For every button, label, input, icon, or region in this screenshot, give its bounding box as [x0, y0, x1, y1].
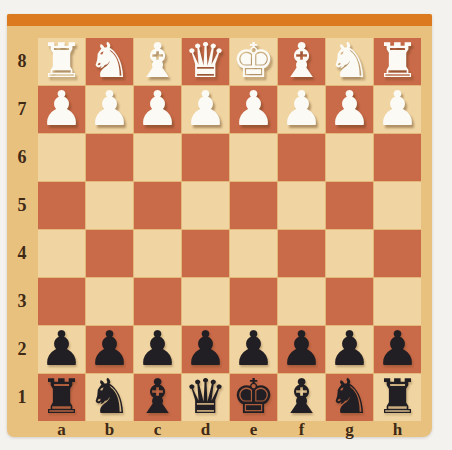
black-pawn-piece[interactable]: ♟ [376, 324, 419, 372]
rank-label-5: 5 [7, 182, 37, 229]
square-d4[interactable] [182, 230, 229, 277]
square-f8[interactable]: ♝ [278, 38, 325, 85]
white-rook-piece[interactable]: ♜ [376, 36, 419, 84]
square-b5[interactable] [86, 182, 133, 229]
rank-label-6: 6 [7, 134, 37, 181]
square-b8[interactable]: ♞ [86, 38, 133, 85]
black-knight-piece[interactable]: ♞ [88, 372, 131, 420]
square-f4[interactable] [278, 230, 325, 277]
white-pawn-piece[interactable]: ♟ [328, 84, 371, 132]
rank-label-8: 8 [7, 38, 37, 85]
square-a1[interactable]: ♜ [38, 374, 85, 421]
square-a7[interactable]: ♟ [38, 86, 85, 133]
square-g8[interactable]: ♞ [326, 38, 373, 85]
white-pawn-piece[interactable]: ♟ [88, 84, 131, 132]
square-d8[interactable]: ♛ [182, 38, 229, 85]
black-bishop-piece[interactable]: ♝ [280, 372, 323, 420]
square-f6[interactable] [278, 134, 325, 181]
square-c6[interactable] [134, 134, 181, 181]
black-queen-piece[interactable]: ♛ [184, 372, 227, 420]
white-knight-piece[interactable]: ♞ [88, 36, 131, 84]
square-f2[interactable]: ♟ [278, 326, 325, 373]
square-a8[interactable]: ♜ [38, 38, 85, 85]
black-pawn-piece[interactable]: ♟ [328, 324, 371, 372]
square-e7[interactable]: ♟ [230, 86, 277, 133]
black-pawn-piece[interactable]: ♟ [88, 324, 131, 372]
rank-label-4: 4 [7, 230, 37, 277]
square-e8[interactable]: ♚ [230, 38, 277, 85]
square-c3[interactable] [134, 278, 181, 325]
white-bishop-piece[interactable]: ♝ [136, 36, 179, 84]
square-c4[interactable] [134, 230, 181, 277]
black-pawn-piece[interactable]: ♟ [184, 324, 227, 372]
square-c8[interactable]: ♝ [134, 38, 181, 85]
board-photo-background: ♜♞♝♛♚♝♞♜♟♟♟♟♟♟♟♟♟♟♟♟♟♟♟♟♜♞♝♛♚♝♞♜ 8765432… [0, 0, 452, 450]
file-label-f: f [278, 423, 325, 437]
demonstration-chess-board: ♜♞♝♛♚♝♞♜♟♟♟♟♟♟♟♟♟♟♟♟♟♟♟♟♜♞♝♛♚♝♞♜ 8765432… [7, 14, 432, 437]
rank-label-3: 3 [7, 278, 37, 325]
square-e3[interactable] [230, 278, 277, 325]
square-g6[interactable] [326, 134, 373, 181]
file-label-g: g [326, 423, 373, 437]
square-d1[interactable]: ♛ [182, 374, 229, 421]
square-g7[interactable]: ♟ [326, 86, 373, 133]
square-c7[interactable]: ♟ [134, 86, 181, 133]
white-queen-piece[interactable]: ♛ [184, 36, 227, 84]
square-h2[interactable]: ♟ [374, 326, 421, 373]
square-f1[interactable]: ♝ [278, 374, 325, 421]
square-e5[interactable] [230, 182, 277, 229]
black-king-piece[interactable]: ♚ [232, 372, 275, 420]
rank-label-2: 2 [7, 326, 37, 373]
file-label-h: h [374, 423, 421, 437]
square-e2[interactable]: ♟ [230, 326, 277, 373]
black-knight-piece[interactable]: ♞ [328, 372, 371, 420]
square-h3[interactable] [374, 278, 421, 325]
square-g2[interactable]: ♟ [326, 326, 373, 373]
square-h7[interactable]: ♟ [374, 86, 421, 133]
board-top-edge-strip [7, 14, 432, 26]
white-knight-piece[interactable]: ♞ [328, 36, 371, 84]
square-d3[interactable] [182, 278, 229, 325]
white-pawn-piece[interactable]: ♟ [376, 84, 419, 132]
square-e6[interactable] [230, 134, 277, 181]
square-d7[interactable]: ♟ [182, 86, 229, 133]
square-e1[interactable]: ♚ [230, 374, 277, 421]
square-h1[interactable]: ♜ [374, 374, 421, 421]
white-pawn-piece[interactable]: ♟ [40, 84, 83, 132]
square-h6[interactable] [374, 134, 421, 181]
square-h8[interactable]: ♜ [374, 38, 421, 85]
black-bishop-piece[interactable]: ♝ [136, 372, 179, 420]
square-e4[interactable] [230, 230, 277, 277]
square-f3[interactable] [278, 278, 325, 325]
square-g5[interactable] [326, 182, 373, 229]
square-c1[interactable]: ♝ [134, 374, 181, 421]
white-king-piece[interactable]: ♚ [232, 36, 275, 84]
square-d2[interactable]: ♟ [182, 326, 229, 373]
square-f7[interactable]: ♟ [278, 86, 325, 133]
square-b2[interactable]: ♟ [86, 326, 133, 373]
square-d6[interactable] [182, 134, 229, 181]
file-label-e: e [230, 423, 277, 437]
square-b6[interactable] [86, 134, 133, 181]
chess-board-grid: ♜♞♝♛♚♝♞♜♟♟♟♟♟♟♟♟♟♟♟♟♟♟♟♟♜♞♝♛♚♝♞♜ [38, 38, 421, 421]
file-label-d: d [182, 423, 229, 437]
square-a2[interactable]: ♟ [38, 326, 85, 373]
file-label-c: c [134, 423, 181, 437]
square-g3[interactable] [326, 278, 373, 325]
black-pawn-piece[interactable]: ♟ [40, 324, 83, 372]
square-c5[interactable] [134, 182, 181, 229]
black-pawn-piece[interactable]: ♟ [280, 324, 323, 372]
square-c2[interactable]: ♟ [134, 326, 181, 373]
square-b4[interactable] [86, 230, 133, 277]
square-d5[interactable] [182, 182, 229, 229]
square-a4[interactable] [38, 230, 85, 277]
black-rook-piece[interactable]: ♜ [40, 372, 83, 420]
black-rook-piece[interactable]: ♜ [376, 372, 419, 420]
black-pawn-piece[interactable]: ♟ [232, 324, 275, 372]
square-b1[interactable]: ♞ [86, 374, 133, 421]
square-g4[interactable] [326, 230, 373, 277]
square-h4[interactable] [374, 230, 421, 277]
square-h5[interactable] [374, 182, 421, 229]
white-rook-piece[interactable]: ♜ [40, 36, 83, 84]
white-pawn-piece[interactable]: ♟ [232, 84, 275, 132]
white-pawn-piece[interactable]: ♟ [136, 84, 179, 132]
white-pawn-piece[interactable]: ♟ [184, 84, 227, 132]
rank-label-7: 7 [7, 86, 37, 133]
black-pawn-piece[interactable]: ♟ [136, 324, 179, 372]
square-b7[interactable]: ♟ [86, 86, 133, 133]
file-label-a: a [38, 423, 85, 437]
white-pawn-piece[interactable]: ♟ [280, 84, 323, 132]
square-a3[interactable] [38, 278, 85, 325]
square-a5[interactable] [38, 182, 85, 229]
square-f5[interactable] [278, 182, 325, 229]
rank-label-1: 1 [7, 374, 37, 421]
file-label-b: b [86, 423, 133, 437]
square-b3[interactable] [86, 278, 133, 325]
square-a6[interactable] [38, 134, 85, 181]
square-g1[interactable]: ♞ [326, 374, 373, 421]
white-bishop-piece[interactable]: ♝ [280, 36, 323, 84]
